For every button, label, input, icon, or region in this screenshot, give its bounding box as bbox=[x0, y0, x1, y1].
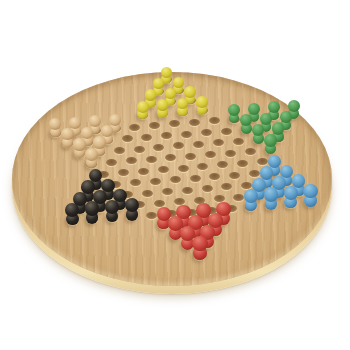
peg-head bbox=[268, 101, 280, 113]
board-hole[interactable] bbox=[106, 159, 117, 166]
peg-head bbox=[85, 148, 98, 161]
peg-blue[interactable] bbox=[284, 186, 298, 208]
board-hole[interactable] bbox=[158, 166, 169, 173]
peg-natural-wood[interactable] bbox=[61, 128, 73, 147]
peg-head bbox=[73, 138, 86, 151]
peg-head bbox=[61, 128, 73, 140]
peg-head bbox=[137, 101, 149, 113]
board-hole[interactable] bbox=[182, 187, 193, 194]
peg-head bbox=[173, 77, 184, 88]
peg-head bbox=[89, 115, 101, 127]
peg-head bbox=[192, 236, 207, 251]
board-hole[interactable] bbox=[193, 141, 204, 148]
chinese-checkers-photo bbox=[0, 0, 350, 350]
peg-green[interactable] bbox=[228, 104, 240, 123]
peg-yellow[interactable] bbox=[196, 96, 208, 115]
peg-black[interactable] bbox=[65, 203, 79, 225]
peg-red[interactable] bbox=[192, 236, 207, 260]
board-hole[interactable] bbox=[129, 124, 140, 131]
board-hole[interactable] bbox=[162, 188, 173, 195]
peg-head bbox=[264, 134, 277, 147]
peg-head bbox=[145, 89, 156, 100]
board-hole[interactable] bbox=[190, 175, 201, 182]
board-hole[interactable] bbox=[241, 182, 252, 189]
peg-head bbox=[303, 184, 317, 198]
board-hole[interactable] bbox=[114, 147, 125, 154]
peg-black[interactable] bbox=[125, 198, 139, 220]
board-hole[interactable] bbox=[225, 150, 236, 157]
peg-head bbox=[196, 96, 208, 108]
board-hole[interactable] bbox=[142, 190, 153, 197]
peg-head bbox=[288, 100, 300, 112]
peg-blue[interactable] bbox=[303, 184, 317, 206]
peg-green[interactable] bbox=[264, 134, 277, 154]
peg-head bbox=[248, 103, 260, 115]
peg-head bbox=[105, 200, 119, 214]
peg-head bbox=[85, 201, 99, 215]
peg-natural-wood[interactable] bbox=[85, 148, 98, 168]
peg-black[interactable] bbox=[105, 200, 119, 222]
board-hole[interactable] bbox=[221, 128, 232, 135]
board-hole[interactable] bbox=[237, 160, 248, 167]
peg-black[interactable] bbox=[85, 201, 99, 223]
peg-head bbox=[161, 67, 172, 78]
peg-yellow[interactable] bbox=[137, 101, 149, 120]
peg-green[interactable] bbox=[252, 124, 265, 144]
board-hole[interactable] bbox=[150, 178, 161, 185]
peg-natural-wood[interactable] bbox=[49, 118, 61, 137]
peg-green[interactable] bbox=[240, 114, 252, 133]
peg-yellow[interactable] bbox=[157, 99, 169, 118]
peg-blue[interactable] bbox=[264, 187, 278, 209]
board-hole[interactable] bbox=[138, 168, 149, 175]
peg-head bbox=[109, 114, 121, 126]
peg-head bbox=[264, 187, 278, 201]
peg-head bbox=[284, 186, 298, 200]
board-hole[interactable] bbox=[245, 148, 256, 155]
board-hole[interactable] bbox=[233, 194, 244, 201]
peg-blue[interactable] bbox=[244, 189, 258, 211]
peg-natural-wood[interactable] bbox=[73, 138, 86, 158]
board-hole[interactable] bbox=[229, 172, 240, 179]
board-hole[interactable] bbox=[134, 146, 145, 153]
peg-yellow[interactable] bbox=[177, 98, 189, 117]
board-hole[interactable] bbox=[202, 185, 213, 192]
board-hole[interactable] bbox=[181, 131, 192, 138]
peg-head bbox=[184, 86, 195, 97]
board-hole[interactable] bbox=[146, 156, 157, 163]
board-hole[interactable] bbox=[189, 119, 200, 126]
board-hole[interactable] bbox=[233, 138, 244, 145]
board-hole[interactable] bbox=[185, 153, 196, 160]
board-hole[interactable] bbox=[178, 165, 189, 172]
